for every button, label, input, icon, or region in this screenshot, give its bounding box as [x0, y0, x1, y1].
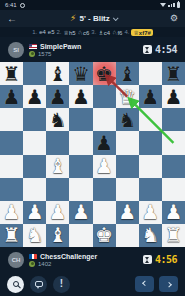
piece-white-pawn[interactable]: ♟: [3, 202, 21, 222]
player-top: SI SimplePawn 1575 4:54: [0, 37, 185, 62]
square-g3[interactable]: [139, 178, 162, 201]
square-b2[interactable]: ♟: [23, 201, 46, 224]
move-token[interactable]: 3.: [91, 29, 96, 35]
settings-button[interactable]: ⚙: [170, 14, 178, 23]
back-button[interactable]: ←: [7, 14, 17, 24]
us-flag-icon: [29, 44, 37, 49]
move-token[interactable]: 1.: [32, 29, 37, 35]
player-rating: 1402: [38, 261, 51, 267]
square-f8[interactable]: ♝: [116, 62, 139, 85]
piece-white-pawn[interactable]: ♟: [72, 202, 90, 222]
square-h7[interactable]: ♟: [162, 85, 185, 108]
piece-black-knight[interactable]: ♞: [118, 110, 136, 130]
move-token[interactable]: ♕xf7#: [131, 29, 152, 36]
status-time: 6:41: [5, 2, 17, 8]
analysis-button[interactable]: [7, 276, 24, 293]
bottom-bar: !: [0, 272, 185, 296]
square-b6[interactable]: [23, 108, 46, 131]
wifi-icon: [160, 3, 166, 7]
player-bottom: CH ChessChallenger 1402 4:56: [0, 247, 185, 272]
fr-flag-icon: [29, 254, 37, 259]
player-name: SimplePawn: [40, 43, 81, 50]
chevron-down-icon: [113, 15, 119, 21]
square-f6[interactable]: ♞: [116, 108, 139, 131]
piece-white-pawn[interactable]: ♟: [26, 202, 44, 222]
square-d7[interactable]: ♟: [69, 85, 92, 108]
move-token[interactable]: 2.: [57, 29, 62, 35]
square-a7[interactable]: ♟: [0, 85, 23, 108]
piece-white-king[interactable]: ♚: [95, 225, 113, 245]
piece-black-pawn[interactable]: ♟: [3, 87, 21, 107]
square-h6[interactable]: [162, 108, 185, 131]
chevron-left-icon: [142, 280, 148, 286]
rating-badge-icon: [29, 51, 35, 57]
chat-button[interactable]: [30, 276, 47, 293]
square-a8[interactable]: ♜: [0, 62, 23, 85]
alert-button[interactable]: !: [53, 276, 70, 293]
square-g4[interactable]: [139, 155, 162, 178]
square-e4[interactable]: ♟: [93, 155, 116, 178]
move-token[interactable]: ♗c4: [98, 29, 110, 36]
square-f3[interactable]: [116, 178, 139, 201]
square-c6[interactable]: ♞: [46, 108, 69, 131]
piece-black-bishop[interactable]: ♝: [118, 64, 136, 84]
square-d6[interactable]: [69, 108, 92, 131]
piece-white-pawn[interactable]: ♟: [49, 202, 67, 222]
square-g8[interactable]: [139, 62, 162, 85]
square-h4[interactable]: [162, 155, 185, 178]
square-f2[interactable]: ♟: [116, 201, 139, 224]
move-token[interactable]: ♘c6: [78, 29, 90, 36]
piece-white-bishop[interactable]: ♝: [49, 156, 67, 176]
square-c5[interactable]: [46, 131, 69, 154]
exclamation-icon: !: [60, 279, 63, 289]
player-name: ChessChallenger: [40, 253, 97, 260]
clock-top: 4:54: [155, 44, 177, 55]
piece-black-rook[interactable]: ♜: [3, 64, 21, 84]
avatar: SI: [8, 42, 24, 58]
square-f4[interactable]: [116, 155, 139, 178]
square-g5[interactable]: [139, 131, 162, 154]
piece-black-rook[interactable]: ♜: [164, 64, 182, 84]
piece-black-pawn[interactable]: ♟: [49, 87, 67, 107]
square-b1[interactable]: ♞: [23, 224, 46, 247]
piece-white-queen[interactable]: ♛: [118, 87, 136, 107]
game-type-dropdown[interactable]: ⚡ 5' - Blitz: [17, 14, 170, 23]
square-a2[interactable]: ♟: [0, 201, 23, 224]
square-c1[interactable]: ♝: [46, 224, 69, 247]
app-header: ← ⚡ 5' - Blitz ⚙: [0, 10, 185, 27]
chevron-right-icon: [166, 282, 172, 288]
piece-white-knight[interactable]: ♞: [141, 225, 159, 245]
square-e5[interactable]: ♟: [93, 131, 116, 154]
square-h5[interactable]: [162, 131, 185, 154]
clock-bottom: 4:56: [155, 254, 177, 265]
square-c8[interactable]: ♝: [46, 62, 69, 85]
piece-black-knight[interactable]: ♞: [49, 110, 67, 130]
square-f7[interactable]: ♛: [116, 85, 139, 108]
square-b4[interactable]: [23, 155, 46, 178]
magnifier-icon: [13, 281, 19, 287]
piece-black-pawn[interactable]: ♟: [95, 133, 113, 153]
piece-white-bishop[interactable]: ♝: [49, 225, 67, 245]
piece-black-pawn[interactable]: ♟: [164, 87, 182, 107]
board-area: ♜♝♛♚♝♜♟♟♟♟♛♟♟♞♞♟♝♟♟♟♟♟♟♟♟♜♞♝♚♞♜: [0, 62, 185, 247]
piece-white-pawn[interactable]: ♟: [95, 156, 113, 176]
piece-black-queen[interactable]: ♛: [72, 64, 90, 84]
hourglass-icon: [143, 255, 152, 264]
piece-white-pawn[interactable]: ♟: [164, 202, 182, 222]
square-d4[interactable]: [69, 155, 92, 178]
player-rating: 1575: [38, 51, 51, 57]
status-bar: 6:41: [0, 0, 185, 10]
square-b3[interactable]: [23, 178, 46, 201]
square-c2[interactable]: ♟: [46, 201, 69, 224]
square-c7[interactable]: ♟: [46, 85, 69, 108]
square-a3[interactable]: [0, 178, 23, 201]
square-b8[interactable]: [23, 62, 46, 85]
square-h8[interactable]: ♜: [162, 62, 185, 85]
square-h1[interactable]: ♜: [162, 224, 185, 247]
square-g6[interactable]: [139, 108, 162, 131]
rating-badge-icon: [29, 261, 35, 267]
chess-board[interactable]: ♜♝♛♚♝♜♟♟♟♟♛♟♟♞♞♟♝♟♟♟♟♟♟♟♟♜♞♝♚♞♜: [0, 62, 185, 247]
piece-black-pawn[interactable]: ♟: [72, 87, 90, 107]
piece-white-pawn[interactable]: ♟: [118, 202, 136, 222]
square-c4[interactable]: ♝: [46, 155, 69, 178]
move-token[interactable]: ♕h5: [64, 29, 76, 36]
square-a1[interactable]: ♜: [0, 224, 23, 247]
notification-icon: [20, 3, 25, 8]
square-a5[interactable]: [0, 131, 23, 154]
square-g7[interactable]: ♟: [139, 85, 162, 108]
square-g2[interactable]: ♟: [139, 201, 162, 224]
square-d2[interactable]: ♟: [69, 201, 92, 224]
signal-icon: [168, 3, 175, 7]
square-h2[interactable]: ♟: [162, 201, 185, 224]
hourglass-icon: [143, 45, 152, 54]
blitz-bolt-icon: ⚡: [70, 14, 76, 23]
piece-white-knight[interactable]: ♞: [26, 225, 44, 245]
chat-bubble-icon: [35, 281, 43, 287]
piece-black-king[interactable]: ♚: [95, 64, 113, 84]
piece-white-pawn[interactable]: ♟: [141, 202, 159, 222]
square-e1[interactable]: ♚: [93, 224, 116, 247]
square-d8[interactable]: ♛: [69, 62, 92, 85]
square-d1[interactable]: [69, 224, 92, 247]
move-token[interactable]: ♘f6: [112, 29, 122, 36]
square-a4[interactable]: [0, 155, 23, 178]
move-forward-button[interactable]: [159, 276, 178, 292]
page-title: 5' - Blitz: [79, 14, 109, 23]
square-e8[interactable]: ♚: [93, 62, 116, 85]
move-list[interactable]: 1.e4e52.♕h5♘c63.♗c4♘f64.♕xf7#: [0, 27, 185, 37]
move-token[interactable]: 4.: [124, 29, 129, 35]
square-f5[interactable]: [116, 131, 139, 154]
move-back-button[interactable]: [135, 276, 154, 292]
square-d3[interactable]: [69, 178, 92, 201]
square-e6[interactable]: [93, 108, 116, 131]
square-b5[interactable]: [23, 131, 46, 154]
battery-icon: [177, 2, 181, 8]
square-d5[interactable]: [69, 131, 92, 154]
move-token[interactable]: e4: [39, 29, 46, 35]
piece-white-rook[interactable]: ♜: [164, 225, 182, 245]
square-e2[interactable]: [93, 201, 116, 224]
piece-black-pawn[interactable]: ♟: [141, 87, 159, 107]
piece-black-pawn[interactable]: ♟: [26, 87, 44, 107]
square-h3[interactable]: [162, 178, 185, 201]
piece-white-rook[interactable]: ♜: [3, 225, 21, 245]
square-e3[interactable]: [93, 178, 116, 201]
square-b7[interactable]: ♟: [23, 85, 46, 108]
square-f1[interactable]: [116, 224, 139, 247]
avatar: CH: [8, 252, 24, 268]
square-c3[interactable]: [46, 178, 69, 201]
piece-black-bishop[interactable]: ♝: [49, 64, 67, 84]
move-token[interactable]: e5: [48, 29, 55, 35]
square-e7[interactable]: [93, 85, 116, 108]
square-g1[interactable]: ♞: [139, 224, 162, 247]
square-a6[interactable]: [0, 108, 23, 131]
